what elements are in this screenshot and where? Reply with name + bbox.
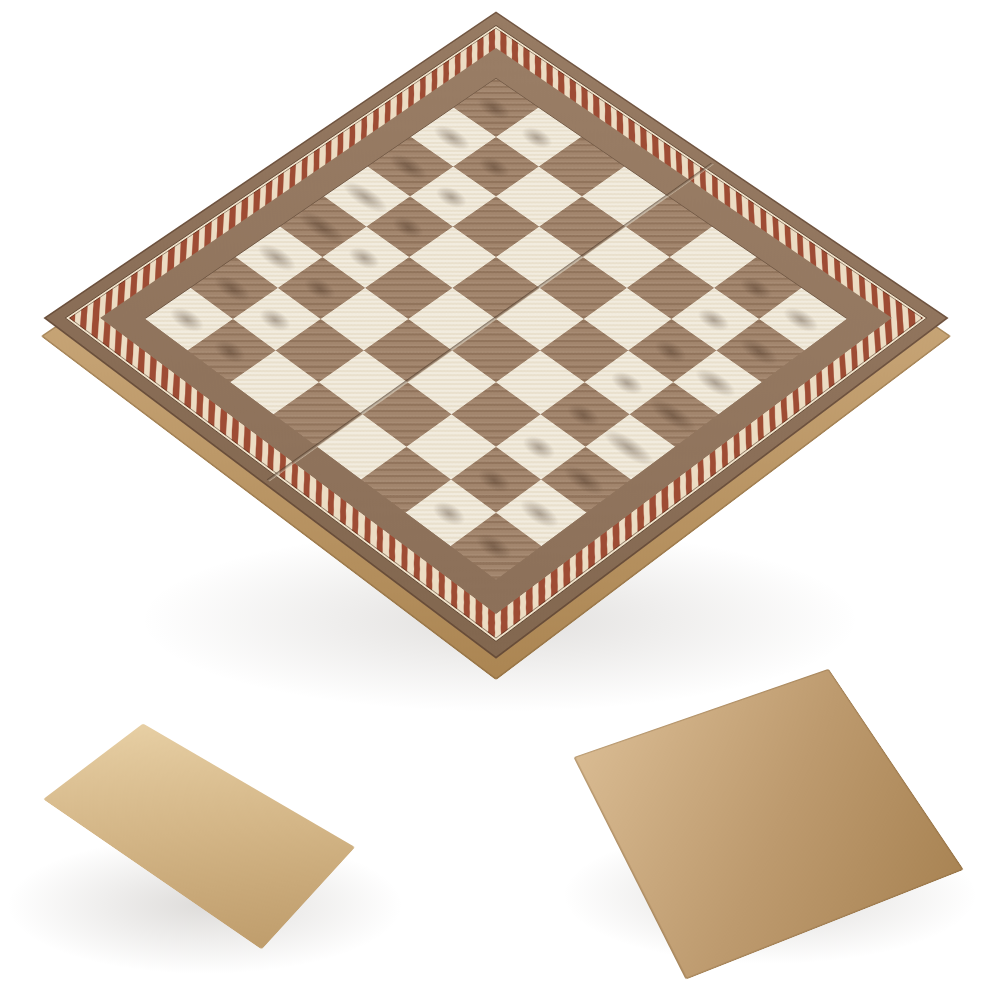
- backgammon-point: [142, 714, 354, 836]
- backgammon-point: [142, 714, 354, 836]
- backgammon-point: [142, 714, 354, 836]
- die-icon: [142, 714, 354, 836]
- backgammon-box-plane: [44, 714, 355, 937]
- backgammon-clasp-icon: [142, 714, 354, 836]
- backgammon-point: [142, 714, 354, 836]
- natural-backgammon-checker: [142, 714, 354, 836]
- backgammon-point: [142, 714, 354, 836]
- black-backgammon-checker: [142, 714, 354, 836]
- natural-backgammon-checker: [142, 714, 354, 836]
- black-backgammon-checker: [142, 714, 354, 836]
- backgammon-point: [142, 714, 354, 836]
- black-backgammon-checker: [142, 714, 354, 836]
- natural-backgammon-checker: [142, 714, 354, 836]
- backgammon-point: [142, 714, 354, 836]
- natural-backgammon-checker: [142, 714, 354, 836]
- checkers-board-frame: [574, 660, 962, 968]
- hinge-icon: [142, 714, 354, 836]
- checkers-board-plane: [574, 660, 962, 968]
- product-photo-stage: ♜♟♟♜♞♟♟♞♝♟♟♝♛♟♟♛♚♟♟♚♝♟♟♝♞♟♟♞♜♟♟♜: [0, 0, 992, 984]
- backgammon-point: [142, 714, 354, 836]
- black-backgammon-checker: [142, 714, 354, 836]
- natural-backgammon-checker: [142, 714, 354, 836]
- die-pip: [142, 714, 354, 836]
- natural-backgammon-checker: [142, 714, 354, 836]
- natural-backgammon-checker: [142, 714, 354, 836]
- backgammon-point: [142, 714, 354, 836]
- black-backgammon-checker: [142, 714, 354, 836]
- square: [276, 319, 364, 382]
- black-backgammon-checker: [142, 714, 354, 836]
- backgammon-point: [142, 714, 354, 836]
- backgammon-case-rim: [142, 714, 354, 836]
- backgammon-point: [142, 714, 354, 836]
- natural-backgammon-checker: [142, 714, 354, 836]
- natural-backgammon-checker: [142, 714, 354, 836]
- die-pip: [142, 714, 354, 836]
- backgammon-point: [142, 714, 354, 836]
- black-backgammon-checker: [142, 714, 354, 836]
- die-pip: [142, 714, 354, 836]
- chess-board-plane: ♜♟♟♜♞♟♟♞♝♟♟♝♛♟♟♛♚♟♟♚♝♟♟♝♞♟♟♞♜♟♟♜: [43, 11, 948, 658]
- black-backgammon-checker: [142, 714, 354, 836]
- backgammon-point: [142, 714, 354, 836]
- black-backgammon-checker: [142, 714, 354, 836]
- natural-backgammon-checker: [142, 714, 354, 836]
- backgammon-point: [142, 714, 354, 836]
- backgammon-fold-strip: [142, 714, 354, 836]
- black-backgammon-checker: [142, 714, 354, 836]
- backgammon-point: [142, 714, 354, 836]
- die-pip: [142, 714, 354, 836]
- die-icon: [142, 714, 354, 836]
- backgammon-point: [142, 714, 354, 836]
- backgammon-point: [142, 714, 354, 836]
- backgammon-point: [142, 714, 354, 836]
- backgammon-point: [142, 714, 354, 836]
- black-rook: ♜: [448, 437, 545, 545]
- backgammon-point: [142, 714, 354, 836]
- black-backgammon-checker: [142, 714, 354, 836]
- die-pip: [142, 714, 354, 836]
- die-pip: [142, 714, 354, 836]
- backgammon-board: [142, 714, 354, 836]
- backgammon-point: [142, 714, 354, 836]
- black-backgammon-checker: [142, 714, 354, 836]
- backgammon-point: [142, 714, 354, 836]
- white-pawn: ♟: [190, 257, 273, 350]
- natural-backgammon-checker: [142, 714, 354, 836]
- backgammon-case-side: [43, 723, 355, 949]
- backgammon-point: [142, 714, 354, 836]
- black-backgammon-checker: [142, 714, 354, 836]
- hinge-icon: [142, 714, 354, 836]
- backgammon-point: [142, 714, 354, 836]
- black-backgammon-checker: [142, 714, 354, 836]
- die-pip: [142, 714, 354, 836]
